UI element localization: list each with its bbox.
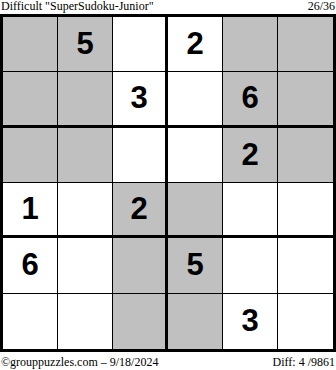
cell-r2c6[interactable] (278, 72, 333, 127)
cell-r1c1[interactable] (3, 17, 58, 72)
cell-r1c4[interactable]: 2 (168, 17, 223, 72)
footer: ©grouppuzzles.com – 9/18/2024 Diff: 4 /9… (0, 353, 336, 370)
cell-r2c5[interactable]: 6 (223, 72, 278, 127)
copyright-text: ©grouppuzzles.com – 9/18/2024 (0, 355, 158, 370)
cell-r2c1[interactable] (3, 72, 58, 127)
cell-r1c3[interactable] (113, 17, 168, 72)
cell-r5c3[interactable] (113, 238, 168, 293)
cell-r4c5[interactable] (223, 183, 278, 238)
cell-r3c1[interactable] (3, 128, 58, 183)
cell-r5c6[interactable] (278, 238, 333, 293)
cell-r5c5[interactable] (223, 238, 278, 293)
cell-r4c2[interactable] (58, 183, 113, 238)
cell-r6c2[interactable] (58, 294, 113, 349)
cell-r5c1[interactable]: 6 (3, 238, 58, 293)
cell-r5c2[interactable] (58, 238, 113, 293)
cell-r1c6[interactable] (278, 17, 333, 72)
difficulty-text: Diff: 4 /9861 (273, 355, 336, 370)
header: Difficult "SuperSudoku-Junior" 26/36 (0, 0, 336, 14)
cell-r2c2[interactable] (58, 72, 113, 127)
cell-r3c2[interactable] (58, 128, 113, 183)
sudoku-board: 5236212653 (0, 14, 336, 352)
cell-r2c4[interactable] (168, 72, 223, 127)
cell-r3c5[interactable]: 2 (223, 128, 278, 183)
cell-r3c3[interactable] (113, 128, 168, 183)
cell-r4c1[interactable]: 1 (3, 183, 58, 238)
cell-r6c1[interactable] (3, 294, 58, 349)
cell-r2c3[interactable]: 3 (113, 72, 168, 127)
cell-r6c3[interactable] (113, 294, 168, 349)
cell-r6c5[interactable]: 3 (223, 294, 278, 349)
cell-r6c4[interactable] (168, 294, 223, 349)
cell-r5c4[interactable]: 5 (168, 238, 223, 293)
cell-r4c6[interactable] (278, 183, 333, 238)
progress-counter: 26/36 (308, 0, 336, 13)
cell-r6c6[interactable] (278, 294, 333, 349)
cell-r1c5[interactable] (223, 17, 278, 72)
cell-r3c4[interactable] (168, 128, 223, 183)
cell-r4c4[interactable] (168, 183, 223, 238)
puzzle-title: Difficult "SuperSudoku-Junior" (0, 0, 154, 13)
cell-r3c6[interactable] (278, 128, 333, 183)
cell-r1c2[interactable]: 5 (58, 17, 113, 72)
puzzle-page: Difficult "SuperSudoku-Junior" 26/36 523… (0, 0, 336, 370)
cell-r4c3[interactable]: 2 (113, 183, 168, 238)
